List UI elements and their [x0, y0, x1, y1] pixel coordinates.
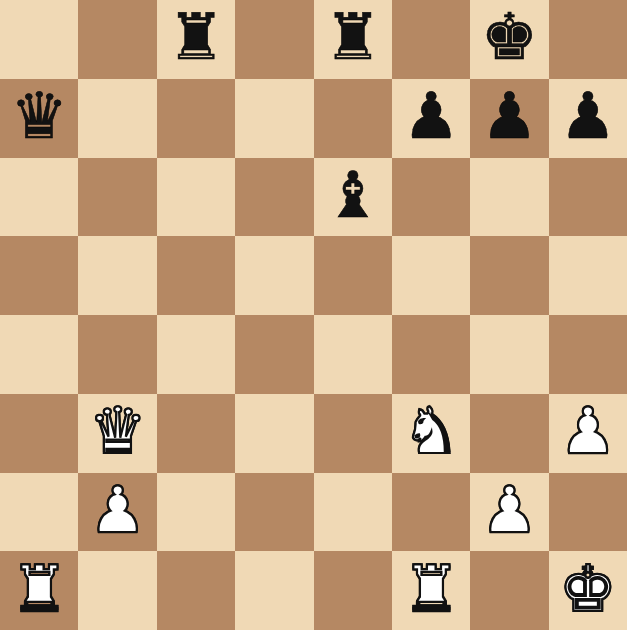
square-a1[interactable]: ♜ [0, 551, 78, 630]
square-d3[interactable] [235, 394, 313, 473]
square-c5[interactable] [157, 236, 235, 315]
chess-board-wrapper: ♜♜♚♛♟♟♟♝♛♞♟♟♟♜♜♚ [0, 0, 627, 630]
square-b7[interactable] [78, 79, 156, 158]
square-a6[interactable] [0, 158, 78, 237]
square-e3[interactable] [314, 394, 392, 473]
square-e7[interactable] [314, 79, 392, 158]
square-a3[interactable] [0, 394, 78, 473]
piece-black-rook-c8[interactable]: ♜ [167, 5, 224, 69]
square-a8[interactable] [0, 0, 78, 79]
square-f7[interactable]: ♟ [392, 79, 470, 158]
square-h5[interactable] [549, 236, 627, 315]
square-h4[interactable] [549, 315, 627, 394]
square-e5[interactable] [314, 236, 392, 315]
piece-white-queen-b3[interactable]: ♛ [89, 399, 146, 463]
square-e2[interactable] [314, 473, 392, 552]
square-h6[interactable] [549, 158, 627, 237]
square-f5[interactable] [392, 236, 470, 315]
square-g1[interactable] [470, 551, 548, 630]
square-d7[interactable] [235, 79, 313, 158]
piece-white-pawn-g2[interactable]: ♟ [481, 478, 538, 542]
piece-white-rook-f1[interactable]: ♜ [402, 557, 459, 621]
square-c7[interactable] [157, 79, 235, 158]
square-h1[interactable]: ♚ [549, 551, 627, 630]
piece-black-pawn-h7[interactable]: ♟ [559, 84, 616, 148]
piece-black-pawn-g7[interactable]: ♟ [481, 84, 538, 148]
square-e8[interactable]: ♜ [314, 0, 392, 79]
square-d1[interactable] [235, 551, 313, 630]
square-b3[interactable]: ♛ [78, 394, 156, 473]
square-c3[interactable] [157, 394, 235, 473]
square-b5[interactable] [78, 236, 156, 315]
square-a4[interactable] [0, 315, 78, 394]
piece-black-queen-a7[interactable]: ♛ [11, 84, 68, 148]
square-a7[interactable]: ♛ [0, 79, 78, 158]
square-a2[interactable] [0, 473, 78, 552]
square-b4[interactable] [78, 315, 156, 394]
square-g5[interactable] [470, 236, 548, 315]
square-h8[interactable] [549, 0, 627, 79]
square-a5[interactable] [0, 236, 78, 315]
piece-black-pawn-f7[interactable]: ♟ [402, 84, 459, 148]
square-e1[interactable] [314, 551, 392, 630]
piece-black-rook-e8[interactable]: ♜ [324, 5, 381, 69]
square-f2[interactable] [392, 473, 470, 552]
square-f3[interactable]: ♞ [392, 394, 470, 473]
square-b2[interactable]: ♟ [78, 473, 156, 552]
square-c2[interactable] [157, 473, 235, 552]
piece-white-king-h1[interactable]: ♚ [559, 557, 616, 621]
piece-white-knight-f3[interactable]: ♞ [402, 399, 459, 463]
piece-black-bishop-e6[interactable]: ♝ [324, 163, 381, 227]
square-b1[interactable] [78, 551, 156, 630]
square-d8[interactable] [235, 0, 313, 79]
square-g7[interactable]: ♟ [470, 79, 548, 158]
square-b6[interactable] [78, 158, 156, 237]
square-f1[interactable]: ♜ [392, 551, 470, 630]
square-b8[interactable] [78, 0, 156, 79]
square-c1[interactable] [157, 551, 235, 630]
square-g3[interactable] [470, 394, 548, 473]
square-f4[interactable] [392, 315, 470, 394]
piece-black-king-g8[interactable]: ♚ [481, 5, 538, 69]
square-d2[interactable] [235, 473, 313, 552]
square-d5[interactable] [235, 236, 313, 315]
square-g6[interactable] [470, 158, 548, 237]
piece-white-rook-a1[interactable]: ♜ [11, 557, 68, 621]
square-e6[interactable]: ♝ [314, 158, 392, 237]
square-d4[interactable] [235, 315, 313, 394]
square-e4[interactable] [314, 315, 392, 394]
square-g4[interactable] [470, 315, 548, 394]
chess-board: ♜♜♚♛♟♟♟♝♛♞♟♟♟♜♜♚ [0, 0, 627, 630]
piece-white-pawn-b2[interactable]: ♟ [89, 478, 146, 542]
square-g2[interactable]: ♟ [470, 473, 548, 552]
square-d6[interactable] [235, 158, 313, 237]
square-c4[interactable] [157, 315, 235, 394]
square-c8[interactable]: ♜ [157, 0, 235, 79]
square-g8[interactable]: ♚ [470, 0, 548, 79]
square-h3[interactable]: ♟ [549, 394, 627, 473]
square-h2[interactable] [549, 473, 627, 552]
square-f6[interactable] [392, 158, 470, 237]
piece-white-pawn-h3[interactable]: ♟ [559, 399, 616, 463]
square-h7[interactable]: ♟ [549, 79, 627, 158]
square-c6[interactable] [157, 158, 235, 237]
square-f8[interactable] [392, 0, 470, 79]
